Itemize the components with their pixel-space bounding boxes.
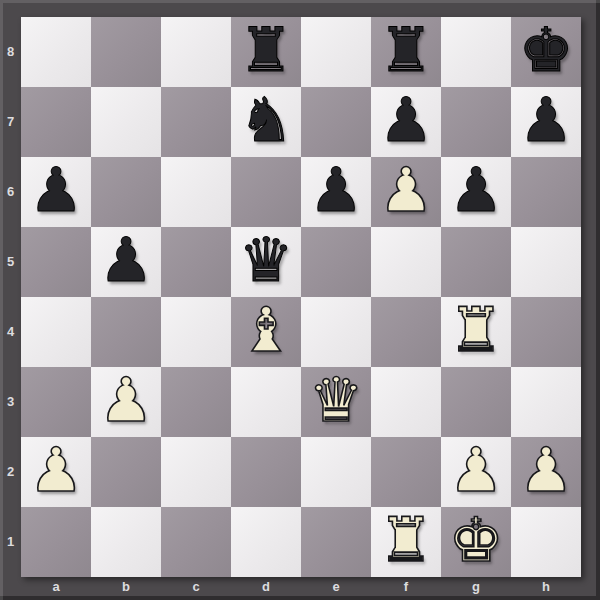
square-a1[interactable] [21, 507, 91, 577]
square-g6[interactable]: ♟ [441, 157, 511, 227]
square-f6[interactable]: ♟ [371, 157, 441, 227]
square-h1[interactable] [511, 507, 581, 577]
square-c3[interactable] [161, 367, 231, 437]
piece-black-knight[interactable]: ♞ [239, 85, 294, 155]
square-c2[interactable] [161, 437, 231, 507]
square-b5[interactable]: ♟ [91, 227, 161, 297]
square-c6[interactable] [161, 157, 231, 227]
rank-label-5: 5 [0, 227, 21, 297]
square-a2[interactable]: ♟ [21, 437, 91, 507]
square-b7[interactable] [91, 87, 161, 157]
square-h5[interactable] [511, 227, 581, 297]
file-label-g: g [441, 577, 511, 596]
square-b8[interactable] [91, 17, 161, 87]
rank-label-3: 3 [0, 367, 21, 437]
square-b3[interactable]: ♟ [91, 367, 161, 437]
square-f8[interactable]: ♜ [371, 17, 441, 87]
file-label-d: d [231, 577, 301, 596]
square-a7[interactable] [21, 87, 91, 157]
square-c8[interactable] [161, 17, 231, 87]
piece-white-pawn[interactable]: ♟ [379, 155, 434, 225]
piece-black-queen[interactable]: ♛ [239, 225, 294, 295]
square-e3[interactable]: ♛ [301, 367, 371, 437]
square-e6[interactable]: ♟ [301, 157, 371, 227]
file-label-f: f [371, 577, 441, 596]
square-d6[interactable] [231, 157, 301, 227]
square-b1[interactable] [91, 507, 161, 577]
piece-black-pawn[interactable]: ♟ [99, 225, 154, 295]
square-h4[interactable] [511, 297, 581, 367]
square-f4[interactable] [371, 297, 441, 367]
rank-label-2: 2 [0, 437, 21, 507]
square-a5[interactable] [21, 227, 91, 297]
rank-label-1: 1 [0, 507, 21, 577]
file-label-b: b [91, 577, 161, 596]
square-c5[interactable] [161, 227, 231, 297]
rank-label-8: 8 [0, 17, 21, 87]
rank-label-7: 7 [0, 87, 21, 157]
file-label-h: h [511, 577, 581, 596]
square-c4[interactable] [161, 297, 231, 367]
square-h2[interactable]: ♟ [511, 437, 581, 507]
square-h8[interactable]: ♚ [511, 17, 581, 87]
rank-label-6: 6 [0, 157, 21, 227]
piece-black-rook[interactable]: ♜ [379, 15, 434, 85]
piece-black-rook[interactable]: ♜ [239, 15, 294, 85]
square-e8[interactable] [301, 17, 371, 87]
piece-black-pawn[interactable]: ♟ [379, 85, 434, 155]
square-g3[interactable] [441, 367, 511, 437]
square-a4[interactable] [21, 297, 91, 367]
square-d2[interactable] [231, 437, 301, 507]
square-c1[interactable] [161, 507, 231, 577]
square-e4[interactable] [301, 297, 371, 367]
square-g4[interactable]: ♜ [441, 297, 511, 367]
square-e1[interactable] [301, 507, 371, 577]
square-d5[interactable]: ♛ [231, 227, 301, 297]
square-c7[interactable] [161, 87, 231, 157]
piece-white-pawn[interactable]: ♟ [519, 435, 574, 505]
square-g7[interactable] [441, 87, 511, 157]
square-a6[interactable]: ♟ [21, 157, 91, 227]
square-a8[interactable] [21, 17, 91, 87]
piece-white-pawn[interactable]: ♟ [449, 435, 504, 505]
square-e5[interactable] [301, 227, 371, 297]
square-f1[interactable]: ♜ [371, 507, 441, 577]
file-label-e: e [301, 577, 371, 596]
piece-black-pawn[interactable]: ♟ [309, 155, 364, 225]
piece-white-king[interactable]: ♚ [449, 505, 504, 575]
file-label-c: c [161, 577, 231, 596]
piece-white-pawn[interactable]: ♟ [29, 435, 84, 505]
piece-black-pawn[interactable]: ♟ [519, 85, 574, 155]
square-b6[interactable] [91, 157, 161, 227]
square-f5[interactable] [371, 227, 441, 297]
rank-label-4: 4 [0, 297, 21, 367]
square-f2[interactable] [371, 437, 441, 507]
chess-board-frame: ♜♜♚♞♟♟♟♟♟♟♟♛♝♜♟♛♟♟♟♜♚ 87654321 abcdefgh [0, 0, 600, 600]
piece-white-queen[interactable]: ♛ [309, 365, 364, 435]
square-g5[interactable] [441, 227, 511, 297]
square-d3[interactable] [231, 367, 301, 437]
piece-white-bishop[interactable]: ♝ [239, 295, 294, 365]
piece-black-king[interactable]: ♚ [519, 15, 574, 85]
file-label-a: a [21, 577, 91, 596]
square-h7[interactable]: ♟ [511, 87, 581, 157]
piece-white-rook[interactable]: ♜ [449, 295, 504, 365]
square-g8[interactable] [441, 17, 511, 87]
square-f7[interactable]: ♟ [371, 87, 441, 157]
square-h3[interactable] [511, 367, 581, 437]
square-a3[interactable] [21, 367, 91, 437]
piece-white-pawn[interactable]: ♟ [99, 365, 154, 435]
piece-white-rook[interactable]: ♜ [379, 505, 434, 575]
chess-board: ♜♜♚♞♟♟♟♟♟♟♟♛♝♜♟♛♟♟♟♜♚ [21, 17, 581, 577]
square-d8[interactable]: ♜ [231, 17, 301, 87]
square-d1[interactable] [231, 507, 301, 577]
square-g2[interactable]: ♟ [441, 437, 511, 507]
square-b4[interactable] [91, 297, 161, 367]
square-b2[interactable] [91, 437, 161, 507]
square-d7[interactable]: ♞ [231, 87, 301, 157]
square-h6[interactable] [511, 157, 581, 227]
piece-black-pawn[interactable]: ♟ [29, 155, 84, 225]
piece-black-pawn[interactable]: ♟ [449, 155, 504, 225]
square-f3[interactable] [371, 367, 441, 437]
square-d4[interactable]: ♝ [231, 297, 301, 367]
square-g1[interactable]: ♚ [441, 507, 511, 577]
square-e2[interactable] [301, 437, 371, 507]
square-e7[interactable] [301, 87, 371, 157]
